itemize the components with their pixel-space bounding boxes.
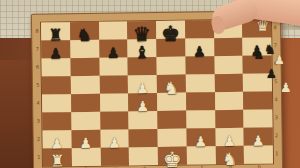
coord-rank-2: 2 (274, 133, 280, 138)
coord-rank-8: 8 (34, 29, 40, 34)
square-d5[interactable]: ♟ (128, 75, 157, 93)
square-g7[interactable] (214, 38, 243, 56)
square-e1[interactable]: ♚ (158, 147, 187, 165)
square-d2[interactable] (129, 129, 158, 147)
captured-white-queen: ♛ (256, 20, 269, 32)
square-a1[interactable]: ♜ (43, 148, 72, 166)
square-c2[interactable]: ♟ (100, 129, 129, 147)
square-a4[interactable] (42, 94, 71, 112)
captured-black-pawn: ♟ (266, 68, 277, 80)
square-h3[interactable] (243, 109, 272, 127)
square-g5[interactable] (214, 74, 243, 92)
square-c7[interactable]: ♟ (99, 39, 128, 57)
piece-white-pawn-a2[interactable]: ♟ (43, 136, 72, 150)
piece-white-knight-g1[interactable]: ♞ (215, 152, 244, 166)
piece-black-king-e8[interactable]: ♚ (156, 27, 185, 41)
square-d1[interactable] (129, 147, 158, 165)
coord-rank-4: 4 (35, 101, 41, 106)
coord-rank-1: 1 (274, 151, 280, 156)
piece-black-knight-b8[interactable]: ♞ (70, 28, 99, 42)
piece-white-pawn-g2[interactable]: ♟ (215, 134, 244, 148)
coord-rank-2: 2 (36, 137, 42, 142)
chess-photo-scene: ♜♞♛♚♟♟♝♟♟♟♞♟♟♟♟♟♟♟♜♚♞ 1122334455667788ab… (0, 0, 300, 168)
square-c4[interactable] (100, 93, 129, 111)
square-a5[interactable] (42, 76, 71, 94)
coord-file-d: d (140, 166, 148, 168)
square-a2[interactable]: ♟ (43, 130, 72, 148)
piece-white-king-e1[interactable]: ♚ (158, 153, 187, 167)
square-a3[interactable] (42, 112, 71, 130)
square-f4[interactable] (186, 92, 215, 110)
coord-file-c: c (112, 167, 120, 168)
square-g6[interactable] (214, 56, 243, 74)
square-e8[interactable]: ♚ (156, 21, 185, 39)
piece-black-pawn-c7[interactable]: ♟ (99, 45, 128, 59)
square-e5[interactable]: ♞ (157, 75, 186, 93)
square-b2[interactable]: ♟ (71, 130, 100, 148)
square-f7[interactable]: ♟ (185, 38, 214, 56)
piece-white-knight-e5[interactable]: ♞ (157, 81, 186, 95)
piece-black-queen-d8[interactable]: ♛ (127, 27, 156, 41)
square-c8[interactable] (99, 21, 128, 39)
captured-black-pawn: ♟ (254, 50, 264, 62)
piece-white-pawn-d5[interactable]: ♟ (128, 81, 157, 95)
coord-rank-5: 5 (35, 83, 41, 88)
square-d8[interactable]: ♛ (127, 21, 156, 39)
square-a8[interactable]: ♜ (41, 22, 70, 40)
coord-rank-6: 6 (35, 65, 41, 70)
square-g3[interactable] (215, 110, 244, 128)
square-h2[interactable]: ♟ (244, 127, 273, 145)
square-b8[interactable]: ♞ (70, 22, 99, 40)
coord-rank-3: 3 (35, 119, 41, 124)
square-e6[interactable] (156, 57, 185, 75)
captured-white-pawn: ♟ (280, 82, 292, 94)
square-b4[interactable] (71, 94, 100, 112)
square-d7[interactable]: ♝ (127, 39, 156, 57)
coord-rank-7: 7 (34, 47, 40, 52)
piece-white-pawn-b2[interactable]: ♟ (71, 136, 100, 150)
piece-black-pawn-f7[interactable]: ♟ (185, 44, 214, 58)
square-b6[interactable] (70, 58, 99, 76)
square-g1[interactable]: ♞ (215, 146, 244, 164)
piece-white-rook-a1[interactable]: ♜ (43, 154, 72, 168)
coord-file-f: f (198, 165, 206, 168)
captured-pieces-tray: ♛♞♟♟♟♟ (250, 20, 300, 112)
square-c5[interactable] (99, 75, 128, 93)
square-e2[interactable] (158, 129, 187, 147)
square-e3[interactable] (157, 111, 186, 129)
coord-file-h: h (255, 165, 263, 168)
square-b3[interactable] (71, 112, 100, 130)
square-f3[interactable] (186, 110, 215, 128)
square-b5[interactable] (71, 76, 100, 94)
square-f2[interactable]: ♟ (186, 128, 215, 146)
coord-file-b: b (83, 167, 91, 168)
coord-rank-1: 1 (36, 155, 42, 160)
square-f5[interactable] (185, 74, 214, 92)
coord-rank-3: 3 (273, 115, 279, 120)
piece-black-rook-a8[interactable]: ♜ (41, 28, 70, 42)
square-g4[interactable] (214, 92, 243, 110)
square-g2[interactable]: ♟ (215, 128, 244, 146)
board-squares: ♜♞♛♚♟♟♝♟♟♟♞♟♟♟♟♟♟♟♜♚♞ (41, 19, 273, 166)
piece-white-pawn-h2[interactable]: ♟ (244, 133, 273, 147)
square-c3[interactable] (100, 111, 129, 129)
piece-white-pawn-d4[interactable]: ♟ (128, 99, 157, 113)
piece-black-bishop-d7[interactable]: ♝ (128, 45, 157, 59)
square-f8[interactable] (185, 20, 214, 38)
piece-white-pawn-f2[interactable]: ♟ (186, 134, 215, 148)
piece-white-pawn-c2[interactable]: ♟ (100, 135, 129, 149)
piece-black-pawn-a7[interactable]: ♟ (41, 46, 70, 60)
chess-board: ♜♞♛♚♟♟♝♟♟♟♞♟♟♟♟♟♟♟♜♚♞ 1122334455667788ab… (31, 10, 283, 168)
captured-white-pawn: ♟ (274, 54, 285, 66)
